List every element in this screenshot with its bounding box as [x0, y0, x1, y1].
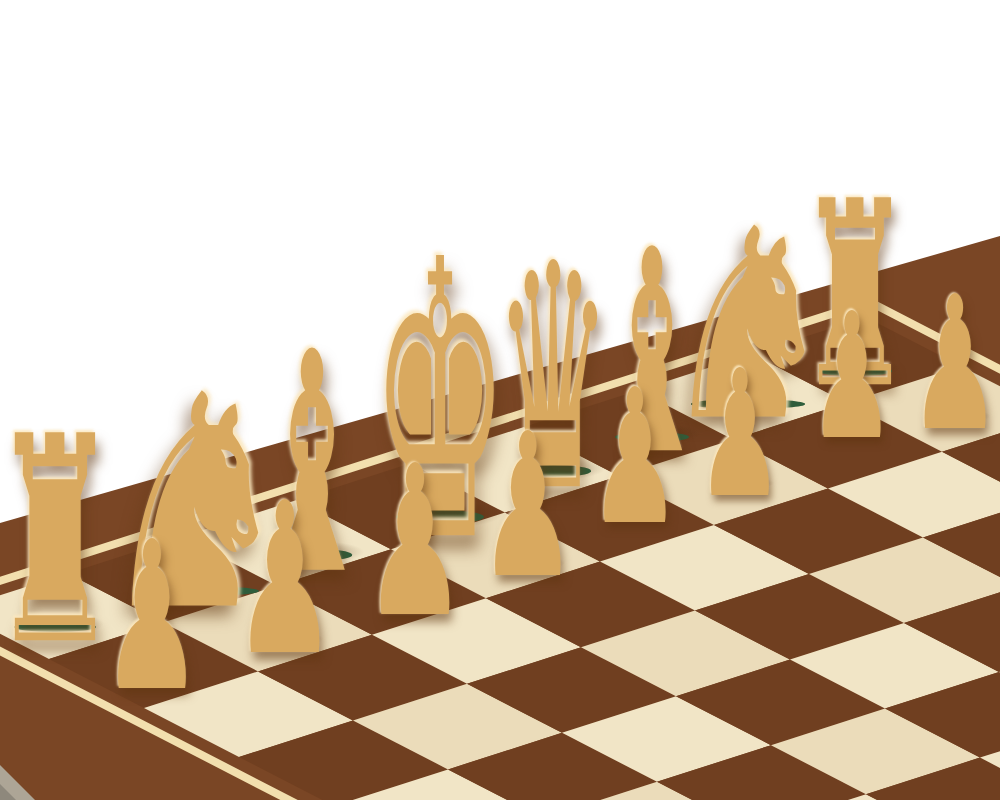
piece-glyph-pawn: ♟ [909, 272, 1000, 457]
piece-glyph-pawn: ♟ [233, 475, 336, 685]
piece-glyph-pawn: ♟ [809, 291, 895, 465]
piece-glyph-pawn: ♟ [101, 514, 202, 719]
piece-glyph-pawn: ♟ [697, 347, 783, 522]
pieces-layer: ♜♞♟♟♝♛♟♟♚♝♟♞♟♜♟♟ [0, 0, 1000, 800]
piece-glyph-pawn: ♟ [364, 438, 467, 646]
piece-glyph-pawn: ♟ [479, 408, 577, 607]
piece-glyph-pawn: ♟ [589, 365, 681, 551]
scene: ♜♞♟♟♝♛♟♟♚♝♟♞♟♜♟♟ [0, 0, 1000, 800]
